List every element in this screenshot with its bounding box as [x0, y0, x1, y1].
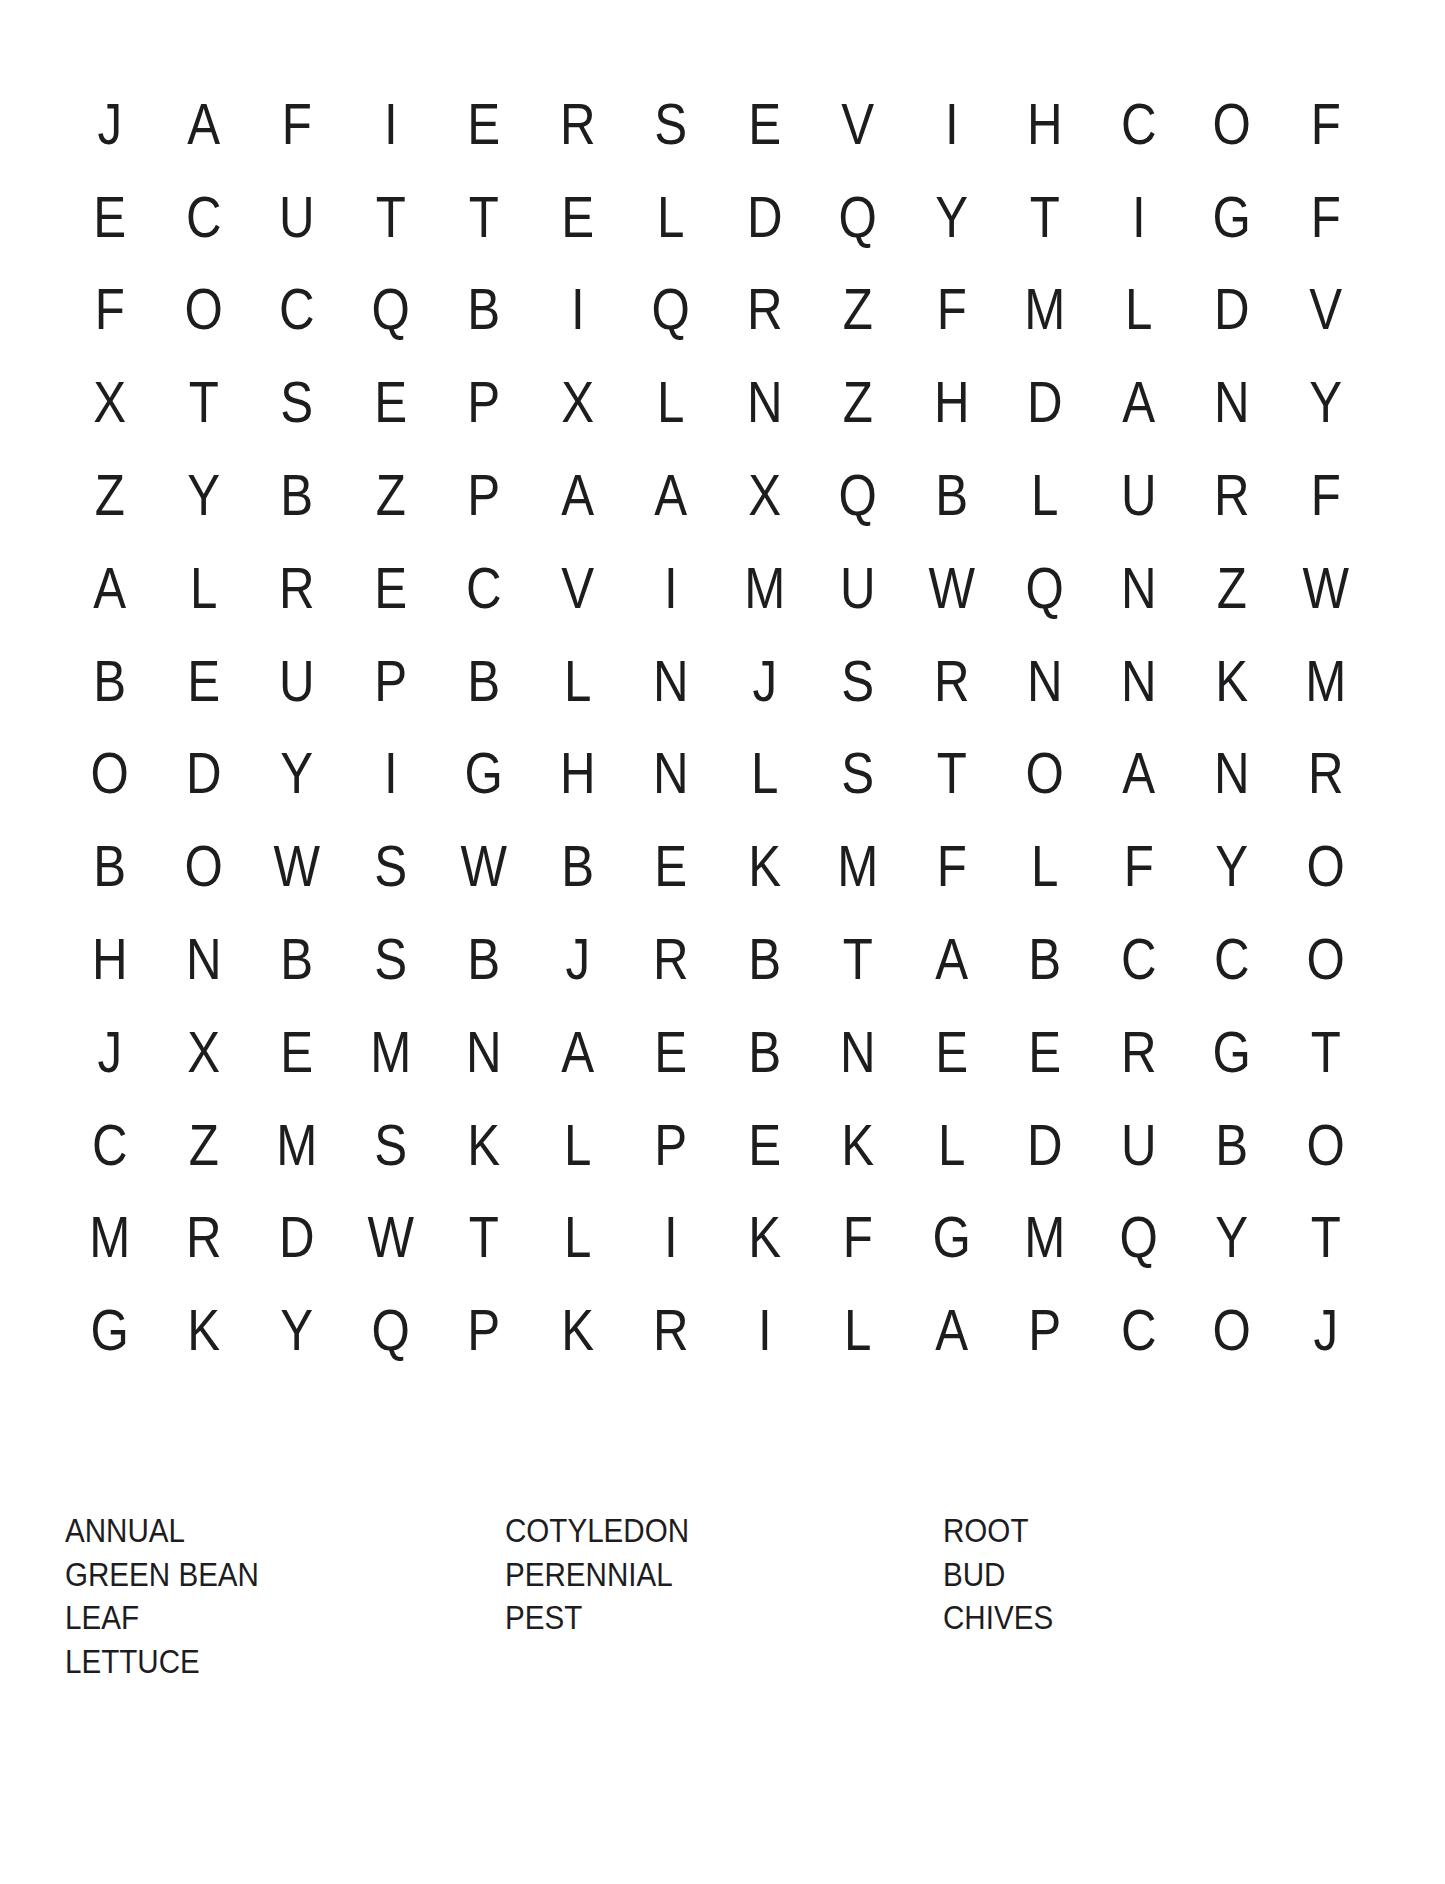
grid-cell-r9c11[interactable]: L — [1005, 819, 1084, 912]
grid-cell-r14c2[interactable]: K — [164, 1283, 243, 1376]
grid-cell-r7c2[interactable]: E — [164, 634, 243, 727]
grid-cell-r11c7[interactable]: E — [631, 1005, 710, 1098]
grid-cell-r4c9[interactable]: Z — [818, 355, 897, 448]
grid-cell-r11c8[interactable]: B — [725, 1005, 804, 1098]
grid-cell-r12c10[interactable]: L — [912, 1098, 991, 1191]
grid-cell-r13c12[interactable]: Q — [1099, 1191, 1178, 1284]
grid-cell-r9c4[interactable]: S — [351, 819, 430, 912]
grid-cell-r12c3[interactable]: M — [257, 1098, 336, 1191]
grid-cell-r5c11[interactable]: L — [1005, 448, 1084, 541]
grid-cell-r9c9[interactable]: M — [818, 819, 897, 912]
word-list-item-pest: PEST — [505, 1596, 689, 1640]
grid-cell-r14c5[interactable]: P — [444, 1283, 523, 1376]
grid-cell-r7c5[interactable]: B — [444, 634, 523, 727]
grid-cell-r6c1[interactable]: A — [70, 541, 149, 634]
grid-cell-r3c6[interactable]: I — [538, 263, 617, 356]
grid-cell-r5c4[interactable]: Z — [351, 448, 430, 541]
grid-cell-r13c10[interactable]: G — [912, 1191, 991, 1284]
grid-cell-r8c2[interactable]: D — [164, 727, 243, 820]
grid-cell-r3c12[interactable]: L — [1099, 263, 1178, 356]
word-list-item-green-bean: GREEN BEAN — [65, 1553, 259, 1597]
grid-cell-r5c1[interactable]: Z — [70, 448, 149, 541]
grid-cell-r13c7[interactable]: I — [631, 1191, 710, 1284]
grid-cell-r7c8[interactable]: J — [725, 634, 804, 727]
grid-cell-r4c6[interactable]: X — [538, 355, 617, 448]
grid-cell-r14c13[interactable]: O — [1192, 1283, 1271, 1376]
grid-cell-r11c3[interactable]: E — [257, 1005, 336, 1098]
grid-cell-r1c6[interactable]: R — [538, 77, 617, 170]
grid-cell-r5c13[interactable]: R — [1192, 448, 1271, 541]
grid-cell-r9c6[interactable]: B — [538, 819, 617, 912]
grid-cell-r11c12[interactable]: R — [1099, 1005, 1178, 1098]
word-list-item-leaf: LEAF — [65, 1596, 259, 1640]
grid-cell-r1c8[interactable]: E — [725, 77, 804, 170]
grid-cell-r8c11[interactable]: O — [1005, 727, 1084, 820]
grid-cell-r12c2[interactable]: Z — [164, 1098, 243, 1191]
grid-cell-r2c12[interactable]: I — [1099, 170, 1178, 263]
grid-cell-r12c4[interactable]: S — [351, 1098, 430, 1191]
grid-cell-r3c3[interactable]: C — [257, 263, 336, 356]
grid-cell-r4c4[interactable]: E — [351, 355, 430, 448]
grid-cell-r6c10[interactable]: W — [912, 541, 991, 634]
grid-cell-r11c2[interactable]: X — [164, 1005, 243, 1098]
grid-cell-r11c4[interactable]: M — [351, 1005, 430, 1098]
grid-cell-r2c13[interactable]: G — [1192, 170, 1271, 263]
grid-cell-r6c12[interactable]: N — [1099, 541, 1178, 634]
grid-cell-r13c5[interactable]: T — [444, 1191, 523, 1284]
grid-cell-r12c5[interactable]: K — [444, 1098, 523, 1191]
grid-cell-r8c14[interactable]: R — [1286, 727, 1365, 820]
grid-cell-r13c1[interactable]: M — [70, 1191, 149, 1284]
grid-cell-r12c12[interactable]: U — [1099, 1098, 1178, 1191]
grid-cell-r4c13[interactable]: N — [1192, 355, 1271, 448]
grid-cell-r12c6[interactable]: L — [538, 1098, 617, 1191]
grid-cell-r13c8[interactable]: K — [725, 1191, 804, 1284]
grid-cell-r12c11[interactable]: D — [1005, 1098, 1084, 1191]
grid-cell-r2c11[interactable]: T — [1005, 170, 1084, 263]
grid-cell-r10c7[interactable]: R — [631, 912, 710, 1005]
grid-cell-r1c10[interactable]: I — [912, 77, 991, 170]
grid-cell-r1c13[interactable]: O — [1192, 77, 1271, 170]
word-list-item-perennial: PERENNIAL — [505, 1553, 689, 1597]
grid-cell-r14c12[interactable]: C — [1099, 1283, 1178, 1376]
grid-cell-r1c4[interactable]: I — [351, 77, 430, 170]
grid-cell-r10c8[interactable]: B — [725, 912, 804, 1005]
grid-cell-r9c13[interactable]: Y — [1192, 819, 1271, 912]
grid-cell-r11c5[interactable]: N — [444, 1005, 523, 1098]
grid-cell-r7c1[interactable]: B — [70, 634, 149, 727]
grid-cell-r11c6[interactable]: A — [538, 1005, 617, 1098]
grid-cell-r8c10[interactable]: T — [912, 727, 991, 820]
grid-cell-r2c14[interactable]: F — [1286, 170, 1365, 263]
grid-cell-r9c5[interactable]: W — [444, 819, 523, 912]
grid-cell-r6c11[interactable]: Q — [1005, 541, 1084, 634]
grid-cell-r6c4[interactable]: E — [351, 541, 430, 634]
grid-cell-r5c12[interactable]: U — [1099, 448, 1178, 541]
grid-cell-r8c3[interactable]: Y — [257, 727, 336, 820]
grid-cell-r5c14[interactable]: F — [1286, 448, 1365, 541]
grid-cell-r2c6[interactable]: E — [538, 170, 617, 263]
grid-cell-r6c2[interactable]: L — [164, 541, 243, 634]
grid-cell-r11c13[interactable]: G — [1192, 1005, 1271, 1098]
grid-cell-r4c1[interactable]: X — [70, 355, 149, 448]
grid-cell-r14c8[interactable]: I — [725, 1283, 804, 1376]
grid-cell-r1c14[interactable]: F — [1286, 77, 1365, 170]
grid-cell-r7c12[interactable]: N — [1099, 634, 1178, 727]
grid-cell-r5c10[interactable]: B — [912, 448, 991, 541]
grid-cell-r10c2[interactable]: N — [164, 912, 243, 1005]
grid-cell-r10c3[interactable]: B — [257, 912, 336, 1005]
word-list-item-lettuce: LETTUCE — [65, 1640, 259, 1684]
grid-cell-r2c2[interactable]: C — [164, 170, 243, 263]
grid-cell-r5c5[interactable]: P — [444, 448, 523, 541]
grid-cell-r12c9[interactable]: K — [818, 1098, 897, 1191]
grid-cell-r2c10[interactable]: Y — [912, 170, 991, 263]
grid-cell-r13c2[interactable]: R — [164, 1191, 243, 1284]
grid-cell-r7c7[interactable]: N — [631, 634, 710, 727]
grid-cell-r7c3[interactable]: U — [257, 634, 336, 727]
grid-cell-r2c5[interactable]: T — [444, 170, 523, 263]
grid-cell-r13c14[interactable]: T — [1286, 1191, 1365, 1284]
grid-cell-r12c7[interactable]: P — [631, 1098, 710, 1191]
grid-cell-r10c1[interactable]: H — [70, 912, 149, 1005]
grid-cell-r7c13[interactable]: K — [1192, 634, 1271, 727]
grid-cell-r4c7[interactable]: L — [631, 355, 710, 448]
grid-cell-r3c2[interactable]: O — [164, 263, 243, 356]
grid-cell-r2c7[interactable]: L — [631, 170, 710, 263]
grid-cell-r1c12[interactable]: C — [1099, 77, 1178, 170]
grid-cell-r1c11[interactable]: H — [1005, 77, 1084, 170]
word-search-grid: JAFIERSEVIHCOFECUTTELDQYTIGFFOCQBIQRZFML… — [63, 77, 1372, 1376]
grid-cell-r2c8[interactable]: D — [725, 170, 804, 263]
grid-cell-r12c8[interactable]: E — [725, 1098, 804, 1191]
grid-cell-r10c9[interactable]: T — [818, 912, 897, 1005]
grid-cell-r6c3[interactable]: R — [257, 541, 336, 634]
grid-cell-r7c10[interactable]: R — [912, 634, 991, 727]
grid-cell-r3c7[interactable]: Q — [631, 263, 710, 356]
grid-cell-r13c9[interactable]: F — [818, 1191, 897, 1284]
grid-cell-r1c2[interactable]: A — [164, 77, 243, 170]
grid-cell-r14c14[interactable]: J — [1286, 1283, 1365, 1376]
grid-cell-r13c13[interactable]: Y — [1192, 1191, 1271, 1284]
grid-cell-r13c6[interactable]: L — [538, 1191, 617, 1284]
grid-cell-r11c14[interactable]: T — [1286, 1005, 1365, 1098]
grid-cell-r9c7[interactable]: E — [631, 819, 710, 912]
grid-cell-r10c13[interactable]: C — [1192, 912, 1271, 1005]
grid-cell-r5c7[interactable]: A — [631, 448, 710, 541]
grid-cell-r8c13[interactable]: N — [1192, 727, 1271, 820]
grid-cell-r6c9[interactable]: U — [818, 541, 897, 634]
grid-cell-r8c4[interactable]: I — [351, 727, 430, 820]
grid-cell-r10c4[interactable]: S — [351, 912, 430, 1005]
grid-cell-r14c4[interactable]: Q — [351, 1283, 430, 1376]
word-list-column-1: ANNUALGREEN BEANLEAFLETTUCE — [65, 1509, 288, 1683]
grid-cell-r3c4[interactable]: Q — [351, 263, 430, 356]
grid-cell-r3c9[interactable]: Z — [818, 263, 897, 356]
grid-cell-r4c14[interactable]: Y — [1286, 355, 1365, 448]
grid-cell-r10c12[interactable]: C — [1099, 912, 1178, 1005]
grid-cell-r10c6[interactable]: J — [538, 912, 617, 1005]
grid-cell-r4c3[interactable]: S — [257, 355, 336, 448]
grid-cell-r3c13[interactable]: D — [1192, 263, 1271, 356]
grid-cell-r7c14[interactable]: M — [1286, 634, 1365, 727]
grid-cell-r8c6[interactable]: H — [538, 727, 617, 820]
grid-cell-r3c11[interactable]: M — [1005, 263, 1084, 356]
grid-cell-r3c5[interactable]: B — [444, 263, 523, 356]
word-list-column-2: COTYLEDONPERENNIALPEST — [505, 1509, 717, 1640]
grid-cell-r4c5[interactable]: P — [444, 355, 523, 448]
grid-cell-r6c14[interactable]: W — [1286, 541, 1365, 634]
grid-cell-r6c5[interactable]: C — [444, 541, 523, 634]
grid-cell-r14c7[interactable]: R — [631, 1283, 710, 1376]
word-list-item-annual: ANNUAL — [65, 1509, 259, 1553]
grid-cell-r14c11[interactable]: P — [1005, 1283, 1084, 1376]
grid-cell-r11c10[interactable]: E — [912, 1005, 991, 1098]
grid-cell-r14c1[interactable]: G — [70, 1283, 149, 1376]
grid-cell-r13c4[interactable]: W — [351, 1191, 430, 1284]
grid-cell-r8c8[interactable]: L — [725, 727, 804, 820]
grid-cell-r9c14[interactable]: O — [1286, 819, 1365, 912]
grid-cell-r1c9[interactable]: V — [818, 77, 897, 170]
grid-cell-r3c10[interactable]: F — [912, 263, 991, 356]
grid-cell-r3c14[interactable]: V — [1286, 263, 1365, 356]
grid-cell-r7c4[interactable]: P — [351, 634, 430, 727]
grid-cell-r2c9[interactable]: Q — [818, 170, 897, 263]
grid-cell-r4c11[interactable]: D — [1005, 355, 1084, 448]
grid-cell-r14c3[interactable]: Y — [257, 1283, 336, 1376]
grid-cell-r7c11[interactable]: N — [1005, 634, 1084, 727]
grid-cell-r11c9[interactable]: N — [818, 1005, 897, 1098]
grid-cell-r10c10[interactable]: A — [912, 912, 991, 1005]
grid-cell-r8c7[interactable]: N — [631, 727, 710, 820]
grid-cell-r3c1[interactable]: F — [70, 263, 149, 356]
grid-cell-r11c1[interactable]: J — [70, 1005, 149, 1098]
grid-cell-r13c11[interactable]: M — [1005, 1191, 1084, 1284]
grid-cell-r14c10[interactable]: A — [912, 1283, 991, 1376]
grid-cell-r6c13[interactable]: Z — [1192, 541, 1271, 634]
grid-cell-r10c5[interactable]: B — [444, 912, 523, 1005]
grid-cell-r7c6[interactable]: L — [538, 634, 617, 727]
grid-cell-r5c8[interactable]: X — [725, 448, 804, 541]
grid-cell-r5c2[interactable]: Y — [164, 448, 243, 541]
grid-cell-r8c1[interactable]: O — [70, 727, 149, 820]
grid-cell-r14c6[interactable]: K — [538, 1283, 617, 1376]
grid-cell-r4c2[interactable]: T — [164, 355, 243, 448]
grid-cell-r12c14[interactable]: O — [1286, 1098, 1365, 1191]
grid-cell-r12c13[interactable]: B — [1192, 1098, 1271, 1191]
grid-cell-r1c3[interactable]: F — [257, 77, 336, 170]
grid-cell-r10c11[interactable]: B — [1005, 912, 1084, 1005]
grid-cell-r4c8[interactable]: N — [725, 355, 804, 448]
grid-cell-r2c1[interactable]: E — [70, 170, 149, 263]
grid-cell-r9c8[interactable]: K — [725, 819, 804, 912]
grid-cell-r13c3[interactable]: D — [257, 1191, 336, 1284]
word-list-column-3: ROOTBUDCHIVES — [943, 1509, 1070, 1640]
grid-cell-r4c12[interactable]: A — [1099, 355, 1178, 448]
word-list-item-cotyledon: COTYLEDON — [505, 1509, 689, 1553]
grid-cell-r1c7[interactable]: S — [631, 77, 710, 170]
grid-cell-r9c2[interactable]: O — [164, 819, 243, 912]
grid-cell-r14c9[interactable]: L — [818, 1283, 897, 1376]
grid-cell-r5c3[interactable]: B — [257, 448, 336, 541]
grid-cell-r10c14[interactable]: O — [1286, 912, 1365, 1005]
grid-cell-r9c3[interactable]: W — [257, 819, 336, 912]
grid-cell-r1c5[interactable]: E — [444, 77, 523, 170]
grid-cell-r4c10[interactable]: H — [912, 355, 991, 448]
word-list-item-chives: CHIVES — [943, 1596, 1053, 1640]
grid-cell-r7c9[interactable]: S — [818, 634, 897, 727]
grid-cell-r8c5[interactable]: G — [444, 727, 523, 820]
grid-cell-r12c1[interactable]: C — [70, 1098, 149, 1191]
grid-cell-r9c10[interactable]: F — [912, 819, 991, 912]
grid-cell-r6c7[interactable]: I — [631, 541, 710, 634]
grid-cell-r5c9[interactable]: Q — [818, 448, 897, 541]
grid-cell-r3c8[interactable]: R — [725, 263, 804, 356]
grid-cell-r9c1[interactable]: B — [70, 819, 149, 912]
grid-cell-r11c11[interactable]: E — [1005, 1005, 1084, 1098]
grid-cell-r8c9[interactable]: S — [818, 727, 897, 820]
grid-cell-r5c6[interactable]: A — [538, 448, 617, 541]
grid-cell-r6c6[interactable]: V — [538, 541, 617, 634]
grid-cell-r2c3[interactable]: U — [257, 170, 336, 263]
grid-cell-r1c1[interactable]: J — [70, 77, 149, 170]
grid-cell-r2c4[interactable]: T — [351, 170, 430, 263]
word-list-item-bud: BUD — [943, 1553, 1053, 1597]
grid-cell-r8c12[interactable]: A — [1099, 727, 1178, 820]
grid-cell-r6c8[interactable]: M — [725, 541, 804, 634]
grid-cell-r9c12[interactable]: F — [1099, 819, 1178, 912]
word-list-item-root: ROOT — [943, 1509, 1053, 1553]
